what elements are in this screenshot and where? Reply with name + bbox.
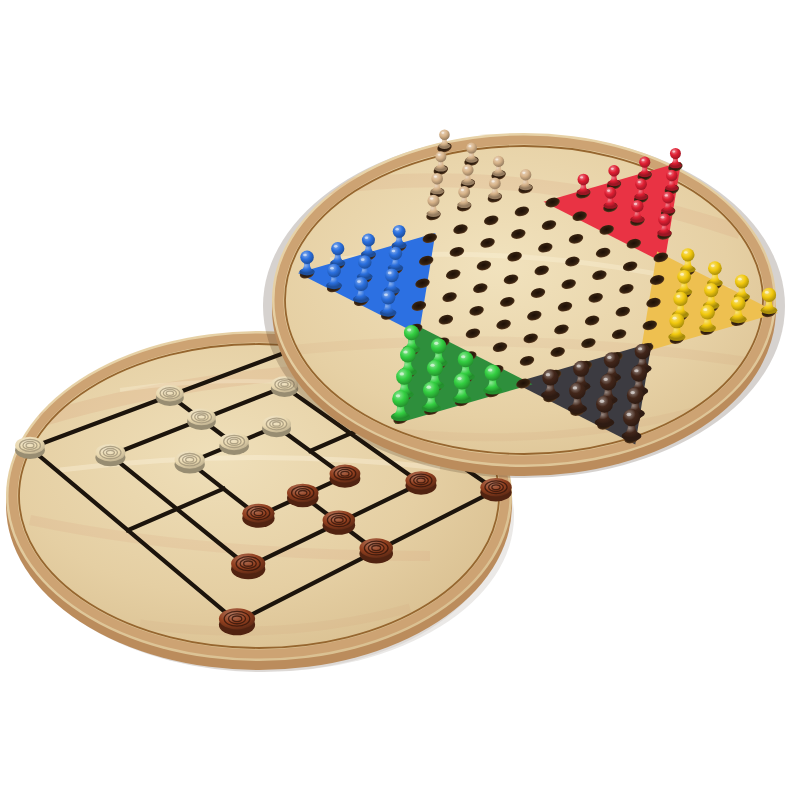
peg-highlight (734, 300, 738, 303)
peg-highlight (600, 400, 605, 403)
morris-piece-light[interactable] (262, 415, 291, 437)
peg-head (635, 178, 647, 190)
peg-head (569, 383, 586, 400)
peg-head (658, 213, 671, 226)
peg-highlight (546, 373, 551, 376)
peg-head (600, 374, 616, 390)
morris-piece-light[interactable] (156, 385, 184, 406)
peg-highlight (438, 154, 441, 156)
peg-head (631, 200, 643, 212)
peg-highlight (396, 394, 401, 397)
peg-head (392, 390, 409, 407)
morris-piece-dark[interactable] (330, 465, 361, 488)
peg-head (669, 313, 684, 328)
peg-highlight (403, 350, 407, 353)
peg-highlight (303, 254, 307, 257)
peg-head (435, 151, 446, 162)
morris-piece-dark[interactable] (480, 478, 511, 501)
peg-highlight (665, 194, 668, 196)
peg-head (458, 186, 470, 198)
peg-highlight (580, 176, 583, 178)
peg-head (670, 148, 681, 159)
peg-highlight (676, 295, 680, 298)
chinese-checkers-board (263, 129, 785, 478)
peg-highlight (361, 258, 365, 261)
peg-highlight (765, 291, 769, 294)
peg-head (400, 347, 416, 363)
peg-head (423, 382, 440, 399)
peg-head (427, 195, 439, 207)
peg-head (362, 233, 375, 246)
morris-piece-dark[interactable] (323, 510, 356, 534)
peg-head (462, 164, 473, 175)
morris-piece-dark[interactable] (405, 471, 436, 494)
peg-highlight (365, 236, 369, 239)
peg-head (673, 292, 687, 306)
peg-head (662, 191, 674, 203)
game-boards-scene (0, 0, 800, 800)
peg-highlight (495, 158, 498, 160)
peg-highlight (684, 251, 688, 254)
peg-highlight (522, 172, 525, 174)
peg-head (666, 170, 678, 182)
morris-piece-dark[interactable] (231, 554, 265, 580)
peg-highlight (573, 386, 578, 389)
peg-head (389, 247, 402, 260)
peg-head (331, 242, 344, 255)
peg-head (704, 283, 718, 297)
peg-body (670, 158, 681, 167)
morris-piece-light[interactable] (15, 437, 45, 459)
peg-highlight (399, 372, 404, 375)
peg-head (604, 352, 620, 368)
peg-highlight (638, 347, 642, 350)
peg-head (639, 157, 650, 168)
peg-head (431, 173, 443, 185)
peg-head (520, 169, 531, 180)
peg-highlight (711, 265, 715, 268)
peg-highlight (334, 245, 338, 248)
peg-highlight (461, 189, 464, 191)
peg-highlight (384, 293, 388, 296)
morris-piece-dark[interactable] (359, 538, 393, 563)
peg-highlight (611, 168, 614, 170)
peg-highlight (738, 278, 742, 281)
peg-highlight (426, 386, 431, 389)
peg-head (485, 365, 501, 381)
morris-piece-light[interactable] (175, 451, 205, 474)
peg-head (393, 225, 406, 238)
peg-highlight (603, 378, 608, 381)
peg-head (604, 187, 616, 199)
peg-head (300, 251, 313, 264)
peg-highlight (457, 377, 462, 380)
peg-highlight (672, 151, 675, 153)
peg-highlight (461, 355, 465, 358)
peg-head (454, 373, 470, 389)
peg-highlight (388, 272, 392, 275)
peg-highlight (638, 181, 641, 183)
peg-highlight (626, 413, 631, 416)
peg-head (489, 178, 501, 190)
peg-highlight (707, 286, 711, 289)
peg-highlight (434, 342, 438, 345)
peg-head (427, 360, 443, 376)
peg-highlight (673, 317, 677, 320)
peg-head (762, 288, 776, 302)
peg-highlight (630, 391, 635, 394)
peg-highlight (357, 280, 361, 283)
peg-head (439, 129, 450, 140)
peg-head (431, 338, 447, 354)
peg-highlight (634, 203, 637, 205)
peg-head (327, 264, 341, 278)
peg-head (358, 255, 372, 269)
peg-head (542, 369, 558, 385)
peg-highlight (434, 176, 437, 178)
peg-highlight (491, 180, 494, 182)
peg-highlight (430, 197, 433, 199)
peg-head (731, 296, 746, 311)
peg-highlight (465, 167, 468, 169)
morris-piece-dark[interactable] (219, 608, 255, 635)
peg-head (578, 174, 590, 186)
peg-head (458, 351, 474, 367)
peg-head (708, 261, 722, 275)
peg-head (596, 396, 613, 413)
peg-highlight (430, 364, 434, 367)
peg-head (627, 387, 644, 404)
peg-highlight (488, 368, 492, 371)
peg-head (466, 143, 477, 154)
peg-highlight (680, 273, 684, 276)
morris-piece-dark[interactable] (242, 504, 274, 528)
peg-highlight (607, 356, 611, 359)
peg-highlight (392, 250, 396, 253)
peg-highlight (634, 369, 639, 372)
peg-head (631, 365, 647, 381)
peg-head (608, 165, 619, 176)
peg-highlight (395, 228, 399, 230)
product-photo (0, 0, 800, 800)
morris-piece-light[interactable] (95, 444, 125, 467)
peg-head (700, 305, 715, 320)
peg-head (385, 268, 399, 282)
peg-natural[interactable] (438, 129, 450, 148)
peg-highlight (641, 159, 644, 161)
peg-highlight (661, 216, 664, 218)
peg-head (396, 369, 412, 385)
peg-highlight (468, 145, 471, 147)
peg-head (381, 290, 395, 304)
peg-highlight (576, 364, 580, 367)
peg-head (404, 325, 419, 340)
peg-highlight (441, 132, 444, 134)
peg-head (354, 277, 368, 291)
peg-red[interactable] (669, 148, 682, 168)
peg-highlight (703, 308, 707, 311)
peg-head (493, 156, 504, 167)
peg-highlight (607, 190, 610, 192)
morris-piece-light[interactable] (187, 408, 216, 430)
peg-head (635, 344, 651, 360)
morris-piece-light[interactable] (219, 433, 249, 455)
peg-head (677, 270, 691, 284)
peg-head (735, 275, 749, 289)
morris-piece-dark[interactable] (287, 484, 319, 508)
peg-head (681, 248, 694, 261)
peg-highlight (330, 267, 334, 270)
peg-highlight (668, 172, 671, 174)
peg-head (573, 361, 589, 377)
peg-head (623, 409, 640, 426)
peg-highlight (407, 329, 411, 332)
